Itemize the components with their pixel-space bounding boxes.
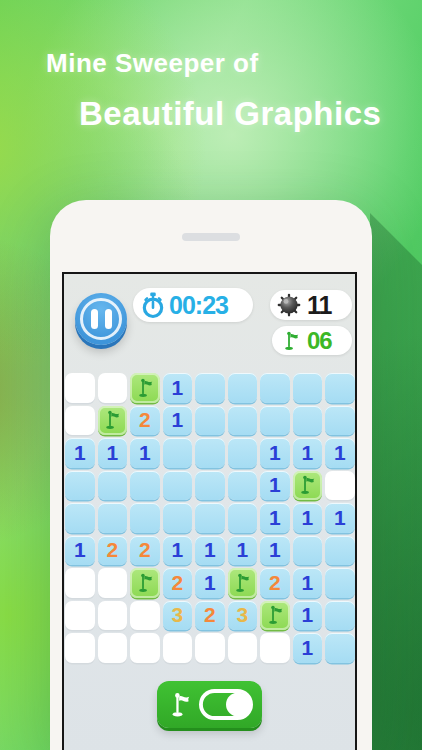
cell-r2c9[interactable] <box>325 406 355 436</box>
cell-r2c4[interactable]: 1 <box>163 406 193 436</box>
cell-r5c3[interactable] <box>130 503 160 533</box>
cell-r3c6[interactable] <box>228 438 258 468</box>
cell-r7c1[interactable] <box>65 568 95 598</box>
cell-r4c6[interactable] <box>228 471 258 501</box>
cell-r8c5[interactable]: 2 <box>195 601 225 631</box>
cell-r9c8[interactable]: 1 <box>293 633 323 663</box>
flag-counter: 06 <box>272 326 352 355</box>
marketing-title-line2: Beautiful Graphics <box>79 95 381 133</box>
mine-icon <box>276 292 302 318</box>
timer-value: 00:23 <box>169 291 228 320</box>
cell-r5c7[interactable]: 1 <box>260 503 290 533</box>
cell-r8c2[interactable] <box>98 601 128 631</box>
cell-r9c2[interactable] <box>98 633 128 663</box>
cell-r5c6[interactable] <box>228 503 258 533</box>
flags-used-value: 06 <box>307 327 332 355</box>
cell-r9c7[interactable] <box>260 633 290 663</box>
cell-r1c1[interactable] <box>65 373 95 403</box>
cell-r8c9[interactable] <box>325 601 355 631</box>
cell-r2c3[interactable]: 2 <box>130 406 160 436</box>
cell-r3c9[interactable]: 1 <box>325 438 355 468</box>
cell-r6c2[interactable]: 2 <box>98 536 128 566</box>
cell-r7c2[interactable] <box>98 568 128 598</box>
cell-r5c2[interactable] <box>98 503 128 533</box>
mines-remaining-value: 11 <box>307 291 331 320</box>
cell-r3c3[interactable]: 1 <box>130 438 160 468</box>
cell-r9c4[interactable] <box>163 633 193 663</box>
cell-r1c9[interactable] <box>325 373 355 403</box>
cell-r4c7[interactable]: 1 <box>260 471 290 501</box>
cell-r4c4[interactable] <box>163 471 193 501</box>
cell-r6c6[interactable]: 1 <box>228 536 258 566</box>
cell-r6c1[interactable]: 1 <box>65 536 95 566</box>
cell-r4c5[interactable] <box>195 471 225 501</box>
flag-icon <box>280 330 302 352</box>
cell-r3c4[interactable] <box>163 438 193 468</box>
cell-r4c8[interactable] <box>293 471 323 501</box>
cell-r1c5[interactable] <box>195 373 225 403</box>
cell-r9c1[interactable] <box>65 633 95 663</box>
cell-r3c8[interactable]: 1 <box>293 438 323 468</box>
cell-r6c7[interactable]: 1 <box>260 536 290 566</box>
cell-r7c8[interactable]: 1 <box>293 568 323 598</box>
cell-r4c2[interactable] <box>98 471 128 501</box>
board: 12111111111111221111212132311 <box>64 373 355 663</box>
cell-r1c7[interactable] <box>260 373 290 403</box>
cell-r2c1[interactable] <box>65 406 95 436</box>
cell-r7c7[interactable]: 2 <box>260 568 290 598</box>
cell-r7c5[interactable]: 1 <box>195 568 225 598</box>
cell-r6c9[interactable] <box>325 536 355 566</box>
pause-button[interactable] <box>75 293 127 345</box>
cell-r9c6[interactable] <box>228 633 258 663</box>
cell-r7c3[interactable] <box>130 568 160 598</box>
cell-r6c4[interactable]: 1 <box>163 536 193 566</box>
cell-r8c7[interactable] <box>260 601 290 631</box>
phone-mockup: 00:23 <box>50 200 372 750</box>
cell-r8c3[interactable] <box>130 601 160 631</box>
cell-r8c8[interactable]: 1 <box>293 601 323 631</box>
timer-display: 00:23 <box>133 288 253 322</box>
cell-r3c5[interactable] <box>195 438 225 468</box>
cell-r5c4[interactable] <box>163 503 193 533</box>
cell-r9c5[interactable] <box>195 633 225 663</box>
cell-r2c2[interactable] <box>98 406 128 436</box>
cell-r3c7[interactable]: 1 <box>260 438 290 468</box>
stopwatch-icon <box>141 292 165 319</box>
cell-r3c1[interactable]: 1 <box>65 438 95 468</box>
cell-r9c9[interactable] <box>325 633 355 663</box>
marketing-title-line1: Mine Sweeper of <box>46 48 259 79</box>
cell-r3c2[interactable]: 1 <box>98 438 128 468</box>
cell-r2c8[interactable] <box>293 406 323 436</box>
cell-r2c5[interactable] <box>195 406 225 436</box>
cell-r5c5[interactable] <box>195 503 225 533</box>
cell-r1c6[interactable] <box>228 373 258 403</box>
cell-r5c8[interactable]: 1 <box>293 503 323 533</box>
app-store-screenshot: Mine Sweeper of Beautiful Graphics <box>0 0 422 750</box>
cell-r5c1[interactable] <box>65 503 95 533</box>
cell-r7c6[interactable] <box>228 568 258 598</box>
cell-r1c2[interactable] <box>98 373 128 403</box>
flag-mode-toggle[interactable] <box>157 681 262 728</box>
cell-r4c1[interactable] <box>65 471 95 501</box>
cell-r6c8[interactable] <box>293 536 323 566</box>
cell-r4c3[interactable] <box>130 471 160 501</box>
mine-counter: 11 <box>270 290 352 320</box>
toggle-switch-icon <box>199 689 253 720</box>
cell-r1c4[interactable]: 1 <box>163 373 193 403</box>
cell-r9c3[interactable] <box>130 633 160 663</box>
cell-r8c1[interactable] <box>65 601 95 631</box>
cell-r7c4[interactable]: 2 <box>163 568 193 598</box>
cell-r8c6[interactable]: 3 <box>228 601 258 631</box>
cell-r6c5[interactable]: 1 <box>195 536 225 566</box>
cell-r2c7[interactable] <box>260 406 290 436</box>
cell-r4c9[interactable] <box>325 471 355 501</box>
cell-r2c6[interactable] <box>228 406 258 436</box>
flag-icon <box>166 691 194 719</box>
phone-speaker <box>182 233 240 241</box>
cell-r8c4[interactable]: 3 <box>163 601 193 631</box>
game-screen: 00:23 <box>62 272 357 750</box>
cell-r7c9[interactable] <box>325 568 355 598</box>
cell-r5c9[interactable]: 1 <box>325 503 355 533</box>
cell-r1c8[interactable] <box>293 373 323 403</box>
cell-r6c3[interactable]: 2 <box>130 536 160 566</box>
cell-r1c3[interactable] <box>130 373 160 403</box>
